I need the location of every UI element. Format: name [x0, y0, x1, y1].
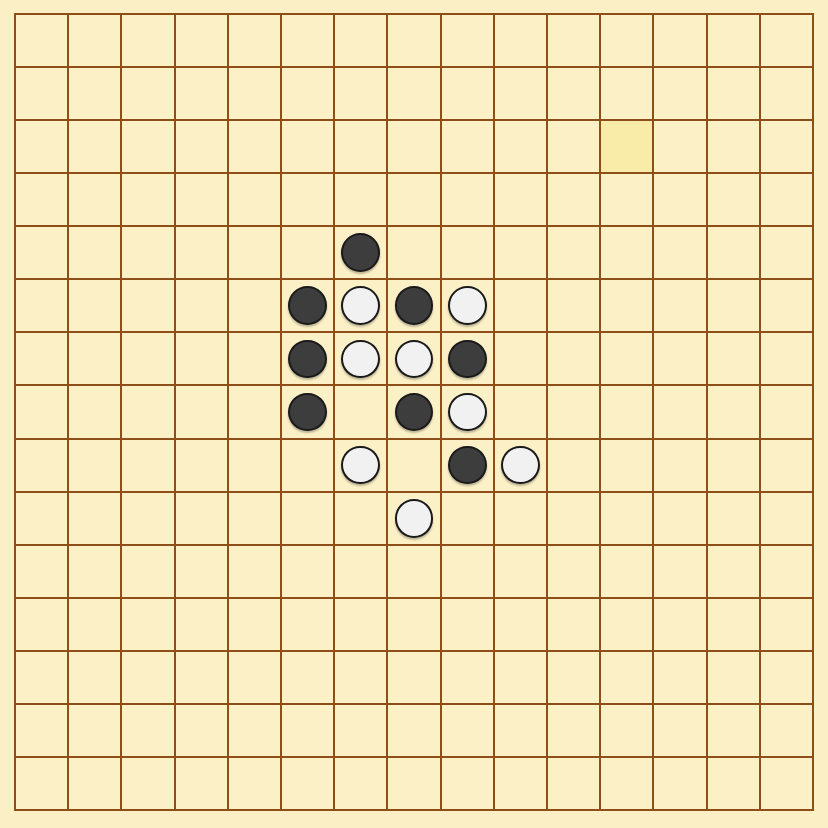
board-cell[interactable]: [229, 705, 280, 756]
board-cell[interactable]: [16, 121, 67, 172]
board-cell[interactable]: [548, 493, 599, 544]
board-cell[interactable]: [122, 493, 173, 544]
board-cell[interactable]: [442, 493, 493, 544]
board-cell[interactable]: [122, 546, 173, 597]
board-cell[interactable]: [69, 758, 120, 809]
board-cell[interactable]: [708, 599, 759, 650]
board-cell[interactable]: [761, 121, 812, 172]
board-cell[interactable]: [548, 386, 599, 437]
black-stone: [395, 393, 434, 432]
board-cell[interactable]: [335, 652, 386, 703]
board-cell[interactable]: [388, 121, 439, 172]
board-cell[interactable]: [282, 227, 333, 278]
board-cell[interactable]: [69, 493, 120, 544]
board-cell[interactable]: [16, 174, 67, 225]
board-cell[interactable]: [495, 652, 546, 703]
board-cell[interactable]: [601, 546, 652, 597]
board-cell[interactable]: [548, 652, 599, 703]
board-cell[interactable]: [761, 599, 812, 650]
board-cell[interactable]: [335, 599, 386, 650]
board-cell[interactable]: [654, 280, 705, 331]
board-cell[interactable]: [495, 705, 546, 756]
board-cell[interactable]: [442, 15, 493, 66]
board-cell[interactable]: [654, 227, 705, 278]
board-cell[interactable]: [335, 121, 386, 172]
board-cell[interactable]: [176, 758, 227, 809]
board-cell[interactable]: [176, 227, 227, 278]
board-cell[interactable]: [229, 546, 280, 597]
board-cell[interactable]: [654, 68, 705, 119]
board-cell[interactable]: [708, 440, 759, 491]
board-cell[interactable]: [442, 599, 493, 650]
board-cell[interactable]: [122, 599, 173, 650]
board-cell[interactable]: [601, 705, 652, 756]
board-cell[interactable]: [16, 280, 67, 331]
board-cell[interactable]: [761, 705, 812, 756]
board-cell[interactable]: [176, 333, 227, 384]
board-cell[interactable]: [601, 440, 652, 491]
board-cell[interactable]: [548, 174, 599, 225]
board-cell[interactable]: [282, 440, 333, 491]
board-cell[interactable]: [601, 599, 652, 650]
board-cell[interactable]: [16, 440, 67, 491]
board-cell[interactable]: [708, 15, 759, 66]
board-cell[interactable]: [122, 333, 173, 384]
board-cell[interactable]: [122, 15, 173, 66]
board-cell[interactable]: [708, 758, 759, 809]
board-cell[interactable]: [335, 493, 386, 544]
white-stone: [395, 340, 434, 379]
board-cell[interactable]: [16, 68, 67, 119]
board-cell[interactable]: [548, 705, 599, 756]
board-cell[interactable]: [69, 440, 120, 491]
board-cell[interactable]: [122, 280, 173, 331]
board-cell[interactable]: [229, 121, 280, 172]
board-cell[interactable]: [601, 652, 652, 703]
board-cell[interactable]: [388, 705, 439, 756]
board-cell[interactable]: [282, 599, 333, 650]
board-cell[interactable]: [442, 174, 493, 225]
board-cell[interactable]: [708, 174, 759, 225]
board-cell[interactable]: [176, 121, 227, 172]
board-cell[interactable]: [176, 599, 227, 650]
board-cell[interactable]: [282, 174, 333, 225]
board-cell[interactable]: [442, 68, 493, 119]
board-cell[interactable]: [176, 652, 227, 703]
board-cell[interactable]: [69, 68, 120, 119]
board-cell[interactable]: [335, 386, 386, 437]
board-cell[interactable]: [548, 333, 599, 384]
board-cell[interactable]: [601, 15, 652, 66]
board-cell[interactable]: [388, 652, 439, 703]
white-stone: [501, 446, 540, 485]
board-cell[interactable]: [229, 599, 280, 650]
board-cell[interactable]: [335, 440, 386, 491]
board-cell[interactable]: [495, 121, 546, 172]
white-stone: [341, 446, 380, 485]
board-cell[interactable]: [176, 68, 227, 119]
board-cell[interactable]: [282, 386, 333, 437]
board-cell[interactable]: [495, 15, 546, 66]
board-cell[interactable]: [229, 280, 280, 331]
board-cell[interactable]: [388, 493, 439, 544]
board-cell[interactable]: [229, 15, 280, 66]
board-cell[interactable]: [69, 174, 120, 225]
board-cell[interactable]: [229, 333, 280, 384]
board-cell[interactable]: [388, 333, 439, 384]
board-cell[interactable]: [282, 758, 333, 809]
board-cell[interactable]: [708, 333, 759, 384]
board-cell[interactable]: [122, 121, 173, 172]
black-stone: [341, 233, 380, 272]
board-cell[interactable]: [335, 333, 386, 384]
board-cell[interactable]: [548, 68, 599, 119]
black-stone: [448, 446, 487, 485]
board-cell[interactable]: [388, 599, 439, 650]
board-cell[interactable]: [442, 440, 493, 491]
board-cell[interactable]: [761, 333, 812, 384]
board-cell[interactable]: [16, 758, 67, 809]
board-cell[interactable]: [176, 705, 227, 756]
black-stone: [288, 340, 327, 379]
board-cell[interactable]: [761, 493, 812, 544]
board-cell[interactable]: [708, 546, 759, 597]
board-cell[interactable]: [16, 599, 67, 650]
board-cell[interactable]: [282, 68, 333, 119]
board-cell[interactable]: [761, 15, 812, 66]
board-cell[interactable]: [282, 652, 333, 703]
board-cell[interactable]: [229, 227, 280, 278]
board-cell[interactable]: [548, 599, 599, 650]
board-cell[interactable]: [601, 386, 652, 437]
board-cell[interactable]: [282, 121, 333, 172]
board-cell[interactable]: [495, 599, 546, 650]
board-cell[interactable]: [654, 546, 705, 597]
board-cell[interactable]: [335, 227, 386, 278]
board-cell[interactable]: [388, 227, 439, 278]
board-cell[interactable]: [122, 440, 173, 491]
board-cell[interactable]: [282, 333, 333, 384]
board-cell[interactable]: [601, 68, 652, 119]
board-cell[interactable]: [708, 493, 759, 544]
board-cell[interactable]: [176, 280, 227, 331]
board-cell[interactable]: [761, 280, 812, 331]
board-cell[interactable]: [69, 15, 120, 66]
white-stone: [448, 393, 487, 432]
board-cell[interactable]: [548, 227, 599, 278]
board-cell[interactable]: [176, 174, 227, 225]
board-cell[interactable]: [654, 493, 705, 544]
board-cell[interactable]: [388, 15, 439, 66]
board-cell[interactable]: [122, 705, 173, 756]
board-cell[interactable]: [708, 227, 759, 278]
board-cell[interactable]: [335, 174, 386, 225]
board-cell[interactable]: [495, 227, 546, 278]
board-cell[interactable]: [282, 546, 333, 597]
black-stone: [288, 393, 327, 432]
black-stone: [395, 286, 434, 325]
board-cell[interactable]: [69, 333, 120, 384]
board-cell[interactable]: [495, 68, 546, 119]
board-cell[interactable]: [388, 386, 439, 437]
board-cell[interactable]: [601, 493, 652, 544]
board-cell[interactable]: [601, 333, 652, 384]
board-cell[interactable]: [442, 546, 493, 597]
board-cell[interactable]: [442, 121, 493, 172]
board-cell[interactable]: [761, 758, 812, 809]
board-cell[interactable]: [442, 280, 493, 331]
board-cell[interactable]: [282, 705, 333, 756]
black-stone: [448, 340, 487, 379]
board-cell[interactable]: [229, 174, 280, 225]
board-cell[interactable]: [335, 546, 386, 597]
board-cell[interactable]: [442, 705, 493, 756]
board-cell[interactable]: [69, 546, 120, 597]
board-cell[interactable]: [335, 758, 386, 809]
board-cell[interactable]: [122, 652, 173, 703]
board-cell[interactable]: [335, 15, 386, 66]
board-cell[interactable]: [548, 758, 599, 809]
board-cell[interactable]: [495, 440, 546, 491]
board-cell[interactable]: [708, 705, 759, 756]
board-cell[interactable]: [176, 493, 227, 544]
board-cell[interactable]: [654, 174, 705, 225]
board-cell[interactable]: [654, 599, 705, 650]
black-stone: [288, 286, 327, 325]
board-cell[interactable]: [388, 68, 439, 119]
board-cell[interactable]: [654, 386, 705, 437]
board-cell[interactable]: [761, 440, 812, 491]
board-cell[interactable]: [229, 652, 280, 703]
white-stone: [341, 340, 380, 379]
board-cell[interactable]: [16, 386, 67, 437]
board-cell[interactable]: [548, 440, 599, 491]
board-cell[interactable]: [761, 652, 812, 703]
board-cell[interactable]: [176, 386, 227, 437]
board-cell[interactable]: [122, 758, 173, 809]
board-cell[interactable]: [229, 493, 280, 544]
board-cell[interactable]: [548, 546, 599, 597]
board-cell[interactable]: [708, 386, 759, 437]
board-cell[interactable]: [654, 652, 705, 703]
board-cell[interactable]: [69, 652, 120, 703]
board-cell[interactable]: [69, 227, 120, 278]
board-cell[interactable]: [335, 705, 386, 756]
board-cell[interactable]: [16, 546, 67, 597]
board-cell[interactable]: [122, 68, 173, 119]
board-cell[interactable]: [708, 68, 759, 119]
board-cell[interactable]: [495, 758, 546, 809]
board-cell[interactable]: [761, 546, 812, 597]
board-cell[interactable]: [69, 386, 120, 437]
board-cell[interactable]: [69, 599, 120, 650]
board-cell[interactable]: [122, 227, 173, 278]
board-cell[interactable]: [495, 386, 546, 437]
white-stone: [448, 286, 487, 325]
board-cell[interactable]: [601, 280, 652, 331]
board-cell[interactable]: [69, 121, 120, 172]
board-cell[interactable]: [708, 280, 759, 331]
board-cell[interactable]: [495, 333, 546, 384]
board-cell[interactable]: [601, 174, 652, 225]
board-cell[interactable]: [654, 758, 705, 809]
board-cell[interactable]: [388, 280, 439, 331]
board-cell[interactable]: [388, 174, 439, 225]
board-cell[interactable]: [601, 758, 652, 809]
board-cell[interactable]: [495, 280, 546, 331]
highlighted-cell[interactable]: [601, 121, 652, 172]
board-cell[interactable]: [601, 227, 652, 278]
board-cell[interactable]: [388, 546, 439, 597]
board-cell[interactable]: [16, 705, 67, 756]
board-cell[interactable]: [654, 333, 705, 384]
board-cell[interactable]: [761, 68, 812, 119]
board-cell[interactable]: [229, 386, 280, 437]
board-cell[interactable]: [335, 68, 386, 119]
board-cell[interactable]: [16, 333, 67, 384]
board-cell[interactable]: [229, 68, 280, 119]
board-cell[interactable]: [122, 174, 173, 225]
board-cell[interactable]: [176, 15, 227, 66]
board-cell[interactable]: [654, 15, 705, 66]
board-cell[interactable]: [69, 705, 120, 756]
board-cell[interactable]: [654, 121, 705, 172]
board-cell[interactable]: [335, 280, 386, 331]
board-cell[interactable]: [761, 174, 812, 225]
white-stone: [341, 286, 380, 325]
board-cell[interactable]: [442, 758, 493, 809]
board-cell[interactable]: [548, 280, 599, 331]
board-cell[interactable]: [282, 15, 333, 66]
board-cell[interactable]: [388, 758, 439, 809]
board-cell[interactable]: [122, 386, 173, 437]
board-cell[interactable]: [442, 227, 493, 278]
board-cell[interactable]: [16, 227, 67, 278]
board-cell[interactable]: [229, 758, 280, 809]
board-cell[interactable]: [16, 493, 67, 544]
board-cell[interactable]: [495, 174, 546, 225]
white-stone: [395, 499, 434, 538]
board-cell[interactable]: [16, 15, 67, 66]
board-cell[interactable]: [654, 440, 705, 491]
board-cell[interactable]: [654, 705, 705, 756]
board-cell[interactable]: [548, 121, 599, 172]
board-cell[interactable]: [442, 652, 493, 703]
board-cell[interactable]: [495, 493, 546, 544]
board-cell[interactable]: [761, 227, 812, 278]
board-cell[interactable]: [708, 652, 759, 703]
board-cell[interactable]: [229, 440, 280, 491]
board-cell[interactable]: [388, 440, 439, 491]
board-cell[interactable]: [442, 333, 493, 384]
board-cell[interactable]: [708, 121, 759, 172]
board-cell[interactable]: [16, 652, 67, 703]
board-cell[interactable]: [548, 15, 599, 66]
gomoku-board: [14, 13, 814, 811]
board-cell[interactable]: [761, 386, 812, 437]
board-cell[interactable]: [495, 546, 546, 597]
board-cell[interactable]: [176, 546, 227, 597]
board-cell[interactable]: [442, 386, 493, 437]
board-cell[interactable]: [176, 440, 227, 491]
board-cell[interactable]: [69, 280, 120, 331]
board-cell[interactable]: [282, 280, 333, 331]
board-cell[interactable]: [282, 493, 333, 544]
